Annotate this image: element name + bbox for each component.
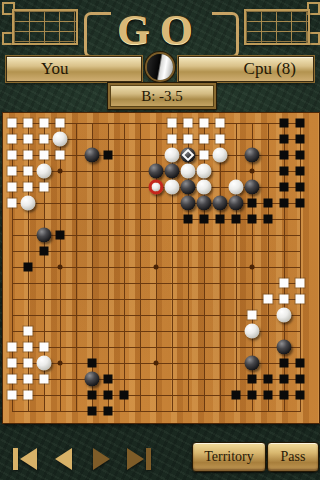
last-move-icon — [146, 448, 151, 470]
black-territory-mark — [296, 167, 305, 176]
white-territory-mark — [8, 343, 17, 352]
nav-first-button[interactable] — [8, 444, 42, 474]
black-stone — [85, 148, 100, 163]
white-stone — [21, 196, 36, 211]
next-move-icon — [93, 448, 110, 470]
white-stone — [181, 164, 196, 179]
black-stone — [37, 228, 52, 243]
nav-prev-button[interactable] — [46, 444, 80, 474]
white-stone — [213, 148, 228, 163]
white-territory-mark — [24, 167, 33, 176]
white-territory-mark — [40, 119, 49, 128]
pass-button[interactable]: Pass — [267, 442, 319, 472]
black-territory-mark — [264, 391, 273, 400]
player-you-label: You — [41, 59, 69, 79]
star-point — [154, 361, 159, 366]
black-territory-mark — [232, 215, 241, 224]
white-territory-mark — [200, 151, 209, 160]
white-territory-mark — [8, 199, 17, 208]
white-territory-mark — [8, 183, 17, 192]
black-stone — [165, 164, 180, 179]
black-stone — [149, 164, 164, 179]
black-territory-mark — [296, 391, 305, 400]
black-territory-mark — [280, 135, 289, 144]
grid-line — [220, 123, 221, 412]
black-territory-mark — [88, 391, 97, 400]
black-territory-mark — [120, 391, 129, 400]
white-territory-mark — [56, 151, 65, 160]
black-territory-mark — [280, 375, 289, 384]
black-territory-mark — [104, 391, 113, 400]
white-territory-mark — [216, 119, 225, 128]
last-move-icon — [127, 448, 144, 470]
white-stone — [245, 324, 260, 339]
black-territory-mark — [248, 375, 257, 384]
turn-stone-icon — [147, 54, 173, 80]
grid-line — [236, 123, 237, 412]
player-cpu-plaque: Cpu (8) — [178, 56, 314, 82]
black-territory-mark — [280, 391, 289, 400]
black-territory-mark — [40, 247, 49, 256]
white-territory-mark — [264, 295, 273, 304]
black-territory-mark — [296, 359, 305, 368]
grid-line — [12, 315, 301, 316]
black-territory-mark — [296, 375, 305, 384]
white-stone — [277, 308, 292, 323]
white-territory-mark — [8, 135, 17, 144]
black-stone — [181, 196, 196, 211]
black-territory-mark — [280, 151, 289, 160]
white-territory-mark — [40, 183, 49, 192]
black-territory-mark — [200, 215, 209, 224]
white-territory-mark — [24, 327, 33, 336]
app-title: GO — [0, 6, 320, 54]
black-territory-mark — [104, 151, 113, 160]
black-territory-mark — [264, 199, 273, 208]
black-territory-mark — [248, 391, 257, 400]
grid-line — [12, 299, 301, 300]
black-stone — [213, 196, 228, 211]
black-territory-mark — [296, 119, 305, 128]
black-stone — [181, 180, 196, 195]
white-territory-mark — [40, 343, 49, 352]
score-label: B: -3.5 — [141, 88, 183, 105]
white-stone — [197, 180, 212, 195]
white-territory-mark — [184, 119, 193, 128]
black-territory-mark — [264, 375, 273, 384]
black-territory-mark — [88, 359, 97, 368]
black-stone — [245, 148, 260, 163]
white-stone — [229, 180, 244, 195]
black-territory-mark — [296, 183, 305, 192]
star-point — [58, 169, 63, 174]
white-territory-mark — [24, 359, 33, 368]
white-territory-mark — [296, 295, 305, 304]
grid-line — [12, 395, 301, 396]
player-cpu-label: Cpu (8) — [244, 59, 296, 79]
white-territory-mark — [40, 151, 49, 160]
white-territory-mark — [24, 119, 33, 128]
black-territory-mark — [24, 263, 33, 272]
white-territory-mark — [40, 135, 49, 144]
go-board[interactable] — [2, 112, 320, 424]
grid-line — [12, 379, 301, 380]
white-territory-mark — [168, 119, 177, 128]
player-you-plaque: You — [6, 56, 142, 82]
black-stone — [245, 356, 260, 371]
black-territory-mark — [184, 215, 193, 224]
toolbar: Territory Pass — [0, 440, 320, 480]
white-territory-mark — [24, 391, 33, 400]
white-territory-mark — [280, 279, 289, 288]
black-territory-mark — [296, 135, 305, 144]
pass-button-label: Pass — [281, 449, 306, 465]
white-territory-mark — [200, 119, 209, 128]
black-territory-mark — [248, 215, 257, 224]
grid-line — [12, 347, 301, 348]
white-stone — [197, 164, 212, 179]
territory-button-label: Territory — [204, 449, 254, 465]
white-stone — [165, 148, 180, 163]
white-territory-mark — [8, 119, 17, 128]
black-territory-mark — [280, 183, 289, 192]
grid-line — [268, 123, 269, 412]
black-stone-diamond-marker — [181, 148, 196, 163]
territory-button[interactable]: Territory — [192, 442, 266, 472]
star-point — [250, 169, 255, 174]
first-move-icon — [13, 448, 18, 470]
white-territory-mark — [56, 119, 65, 128]
white-territory-mark — [8, 167, 17, 176]
white-territory-mark — [24, 151, 33, 160]
star-point — [154, 265, 159, 270]
white-territory-mark — [200, 135, 209, 144]
black-territory-mark — [280, 119, 289, 128]
white-territory-mark — [8, 391, 17, 400]
white-territory-mark — [168, 135, 177, 144]
white-territory-mark — [280, 295, 289, 304]
white-territory-mark — [24, 343, 33, 352]
black-stone — [229, 196, 244, 211]
black-territory-mark — [280, 199, 289, 208]
white-territory-mark — [24, 183, 33, 192]
white-territory-mark — [8, 375, 17, 384]
white-territory-mark — [40, 375, 49, 384]
black-stone — [245, 180, 260, 195]
white-territory-mark — [296, 279, 305, 288]
white-territory-mark — [216, 135, 225, 144]
white-territory-mark — [24, 135, 33, 144]
white-stone — [53, 132, 68, 147]
star-point — [58, 361, 63, 366]
white-territory-mark — [24, 375, 33, 384]
nav-next-button[interactable] — [84, 444, 118, 474]
black-territory-mark — [216, 215, 225, 224]
black-territory-mark — [248, 199, 257, 208]
black-territory-mark — [104, 407, 113, 416]
black-territory-mark — [264, 215, 273, 224]
score-box: B: -3.5 — [108, 83, 216, 109]
star-point — [58, 265, 63, 270]
black-territory-mark — [280, 167, 289, 176]
nav-last-button[interactable] — [122, 444, 156, 474]
first-move-icon — [20, 448, 37, 470]
white-stone-last-move-ring — [149, 180, 164, 195]
white-stone — [37, 356, 52, 371]
black-territory-mark — [104, 375, 113, 384]
white-territory-mark — [8, 359, 17, 368]
white-stone — [165, 180, 180, 195]
star-point — [250, 265, 255, 270]
grid-line — [12, 283, 301, 284]
prev-move-icon — [55, 448, 72, 470]
white-territory-mark — [184, 135, 193, 144]
white-territory-mark — [248, 311, 257, 320]
white-stone — [37, 164, 52, 179]
grid-line — [12, 411, 301, 412]
diamond-marker-icon — [182, 149, 195, 162]
black-stone — [277, 340, 292, 355]
white-territory-mark — [8, 151, 17, 160]
black-territory-mark — [232, 391, 241, 400]
black-territory-mark — [296, 199, 305, 208]
black-territory-mark — [296, 151, 305, 160]
black-stone — [197, 196, 212, 211]
black-stone — [85, 372, 100, 387]
black-territory-mark — [88, 407, 97, 416]
black-territory-mark — [56, 231, 65, 240]
black-territory-mark — [280, 359, 289, 368]
